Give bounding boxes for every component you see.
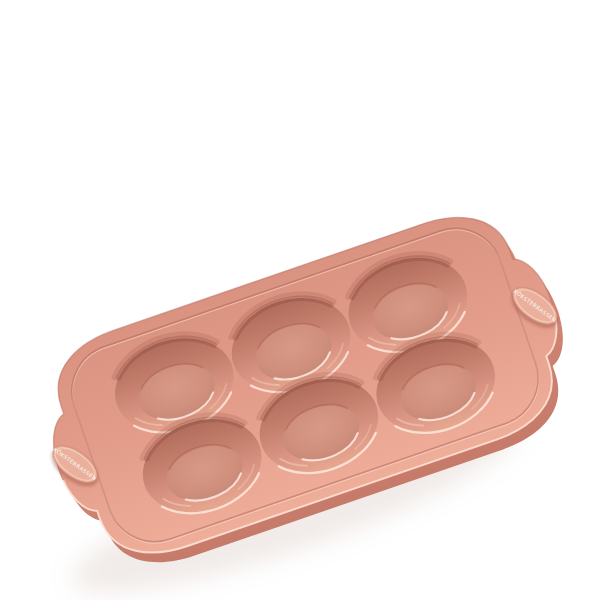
photo-canvas: KÖKSTERRASSEN KÖKSTERRASSEN	[0, 0, 600, 600]
product-photo: KÖKSTERRASSEN KÖKSTERRASSEN	[0, 0, 600, 600]
